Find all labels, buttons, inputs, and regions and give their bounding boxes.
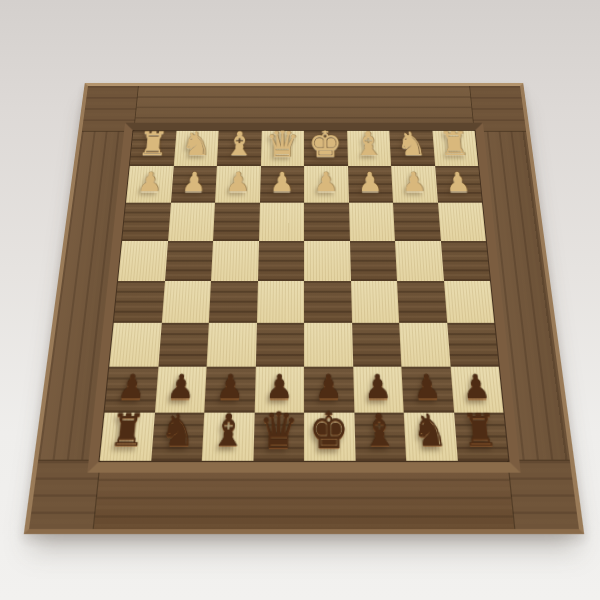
square-r3c6[interactable] [348, 203, 394, 241]
square-r6c8[interactable] [447, 323, 499, 367]
board-frame-top-rail [133, 86, 474, 131]
square-r2c4[interactable]: ♟ [260, 166, 304, 203]
light-rook[interactable]: ♜ [137, 128, 170, 160]
square-r1c8[interactable]: ♜ [432, 131, 478, 166]
board-frame-corner-block [507, 460, 579, 529]
dark-knight[interactable]: ♞ [159, 409, 197, 453]
square-r1c1[interactable]: ♜ [130, 131, 176, 166]
light-pawn[interactable]: ♟ [225, 169, 251, 196]
square-r6c5[interactable] [304, 323, 353, 367]
square-r5c1[interactable] [114, 281, 165, 323]
square-r2c6[interactable]: ♟ [348, 166, 393, 203]
board-frame-bottom-rail [93, 461, 516, 529]
square-r4c4[interactable] [258, 241, 305, 281]
square-r2c2[interactable]: ♟ [171, 166, 217, 203]
square-r2c7[interactable]: ♟ [391, 166, 437, 203]
square-r4c3[interactable] [211, 241, 259, 281]
square-r5c4[interactable] [256, 281, 304, 323]
light-queen[interactable]: ♛ [265, 126, 299, 163]
dark-rook[interactable]: ♜ [461, 409, 500, 453]
light-rook[interactable]: ♜ [438, 128, 471, 160]
square-r1c3[interactable]: ♝ [217, 131, 261, 166]
board-frame-corner-block [469, 86, 526, 132]
photo-scene: ♜♞♝♛♚♝♞♜♟♟♟♟♟♟♟♟♟♟♟♟♟♟♟♟♜♞♝♛♚♝♞♜ [0, 0, 600, 600]
square-r5c3[interactable] [209, 281, 258, 323]
square-r4c1[interactable] [118, 241, 168, 281]
square-r3c2[interactable] [168, 203, 215, 241]
dark-pawn[interactable]: ♟ [315, 371, 343, 404]
square-r6c7[interactable] [399, 323, 450, 367]
square-r4c2[interactable] [165, 241, 214, 281]
dark-knight[interactable]: ♞ [411, 409, 449, 453]
square-r6c3[interactable] [207, 323, 257, 367]
square-r2c5[interactable]: ♟ [304, 166, 348, 203]
square-r8c1[interactable]: ♜ [100, 413, 155, 461]
light-pawn[interactable]: ♟ [314, 169, 339, 196]
square-r3c3[interactable] [213, 203, 259, 241]
square-r3c8[interactable] [437, 203, 485, 241]
square-r4c5[interactable] [304, 241, 351, 281]
square-r6c4[interactable] [255, 323, 304, 367]
board-frame-corner-block [29, 460, 101, 529]
square-r3c7[interactable] [393, 203, 440, 241]
square-r8c6[interactable]: ♝ [354, 413, 406, 461]
dark-bishop[interactable]: ♝ [361, 409, 398, 453]
dark-pawn[interactable]: ♟ [364, 371, 393, 404]
square-r4c8[interactable] [440, 241, 490, 281]
dark-pawn[interactable]: ♟ [412, 371, 442, 404]
dark-pawn[interactable]: ♟ [116, 371, 146, 404]
square-r8c7[interactable]: ♞ [404, 413, 458, 461]
square-r8c4[interactable]: ♛ [253, 413, 304, 461]
light-pawn[interactable]: ♟ [181, 169, 207, 196]
square-r3c4[interactable] [259, 203, 304, 241]
light-king[interactable]: ♚ [308, 126, 342, 163]
square-r1c2[interactable]: ♞ [173, 131, 218, 166]
dark-pawn[interactable]: ♟ [265, 371, 293, 404]
light-pawn[interactable]: ♟ [269, 169, 294, 196]
square-r5c5[interactable] [304, 281, 352, 323]
light-pawn[interactable]: ♟ [136, 169, 163, 196]
square-r1c6[interactable]: ♝ [347, 131, 391, 166]
light-pawn[interactable]: ♟ [357, 169, 383, 196]
square-r8c2[interactable]: ♞ [151, 413, 205, 461]
square-r8c3[interactable]: ♝ [202, 413, 254, 461]
light-pawn[interactable]: ♟ [401, 169, 427, 196]
board-frame-corner-block [82, 86, 139, 132]
light-knight[interactable]: ♞ [396, 128, 428, 160]
square-r2c8[interactable]: ♟ [435, 166, 482, 203]
square-r6c1[interactable] [109, 323, 161, 367]
square-r5c6[interactable] [351, 281, 400, 323]
light-pawn[interactable]: ♟ [445, 169, 472, 196]
square-r2c1[interactable]: ♟ [126, 166, 173, 203]
dark-bishop[interactable]: ♝ [210, 409, 247, 453]
dark-pawn[interactable]: ♟ [461, 371, 491, 404]
dark-pawn[interactable]: ♟ [216, 371, 245, 404]
square-r8c8[interactable]: ♜ [454, 413, 509, 461]
light-knight[interactable]: ♞ [180, 128, 212, 160]
square-r1c4[interactable]: ♛ [260, 131, 304, 166]
square-r1c5[interactable]: ♚ [304, 131, 348, 166]
square-r5c8[interactable] [444, 281, 495, 323]
square-r4c7[interactable] [395, 241, 444, 281]
square-r6c2[interactable] [158, 323, 209, 367]
dark-rook[interactable]: ♜ [108, 409, 147, 453]
square-r2c3[interactable]: ♟ [215, 166, 260, 203]
light-bishop[interactable]: ♝ [353, 128, 384, 160]
dark-queen[interactable]: ♛ [258, 406, 298, 457]
square-r4c6[interactable] [349, 241, 397, 281]
square-r5c7[interactable] [397, 281, 447, 323]
playing-area: ♜♞♝♛♚♝♞♜♟♟♟♟♟♟♟♟♟♟♟♟♟♟♟♟♜♞♝♛♚♝♞♜ [100, 131, 509, 461]
square-r1c7[interactable]: ♞ [389, 131, 434, 166]
dark-king[interactable]: ♚ [309, 406, 349, 457]
chess-board: ♜♞♝♛♚♝♞♜♟♟♟♟♟♟♟♟♟♟♟♟♟♟♟♟♜♞♝♛♚♝♞♜ [24, 83, 584, 534]
square-r8c5[interactable]: ♚ [304, 413, 355, 461]
light-bishop[interactable]: ♝ [224, 128, 255, 160]
dark-pawn[interactable]: ♟ [166, 371, 196, 404]
square-r3c1[interactable] [122, 203, 170, 241]
square-r3c5[interactable] [304, 203, 349, 241]
square-r5c2[interactable] [161, 281, 211, 323]
square-r6c6[interactable] [352, 323, 402, 367]
